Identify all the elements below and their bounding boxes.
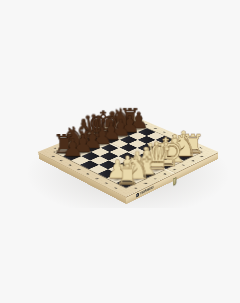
- rank-label: 5: [76, 168, 81, 170]
- brand-logo-icon: [136, 193, 139, 198]
- piece-white-rook: ♜: [99, 160, 155, 188]
- square-a1: ♜: [116, 178, 136, 187]
- rank-label: 7: [59, 160, 64, 162]
- product-photo: ♜♞♝♛♚♝♞♜♟♟♟♟♟♟♟♟♟♟♟♟♟♟♟♟♜♞♝♛♚♝♞♜ aa88bb7…: [0, 0, 240, 303]
- file-label: a: [133, 187, 138, 189]
- rank-label: 1: [113, 187, 118, 190]
- rank-label: 6: [68, 164, 73, 166]
